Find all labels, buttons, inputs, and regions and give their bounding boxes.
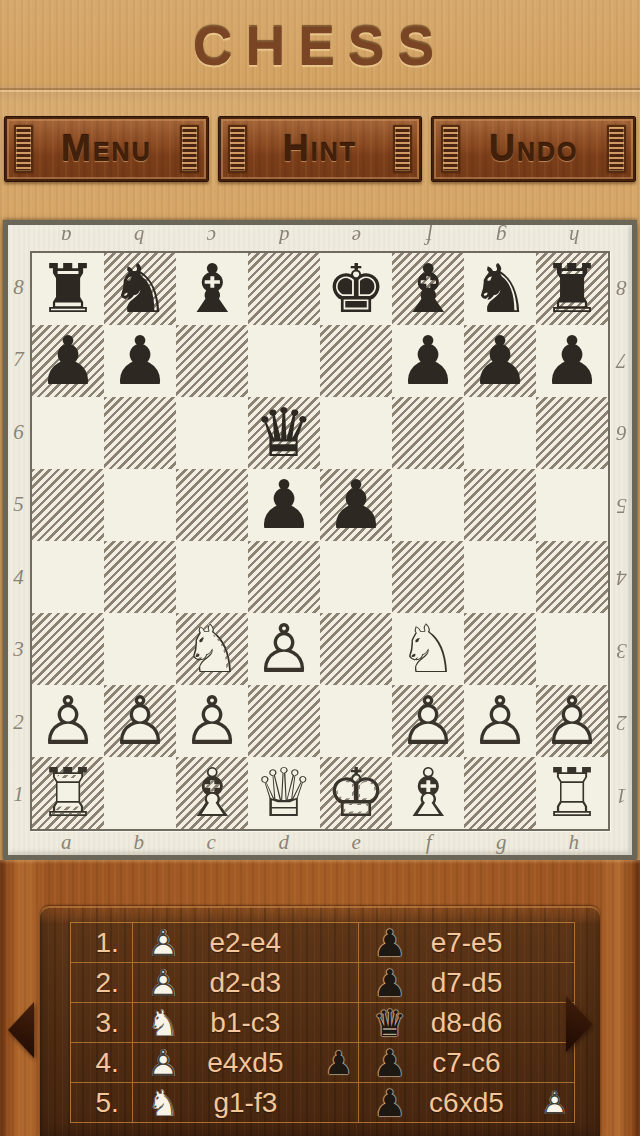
piece-glyph: ♟ [373, 1084, 406, 1121]
piece-white-knight[interactable]: ♞♘ [176, 613, 248, 685]
square-c2[interactable]: ♟♙ [176, 685, 248, 757]
square-c4[interactable] [176, 541, 248, 613]
square-e5[interactable]: ♟ [320, 469, 392, 541]
square-d4[interactable] [248, 541, 320, 613]
move-table: 1.♟♙e2-e4♟e7-e52.♟♙d2-d3♟d7-d53.♞♘b1-c3♛… [70, 922, 575, 1123]
menu-button[interactable]: Menu [4, 116, 209, 182]
square-b7[interactable]: ♟ [104, 325, 176, 397]
piece-white-pawn[interactable]: ♟♙ [32, 685, 104, 757]
white-move-cell: ♟♙e4xd5♟ [132, 1043, 358, 1082]
rank-label: 4 [611, 541, 632, 614]
move-number: 4. [71, 1043, 132, 1082]
square-f3[interactable]: ♞♘ [392, 613, 464, 685]
piece-white-rook[interactable]: ♜♖ [32, 757, 104, 829]
square-d1[interactable]: ♛♕ [248, 757, 320, 829]
piece-glyph: ♟ [398, 328, 458, 395]
piece-glyph: ♟ [110, 328, 170, 395]
piece-white-pawn[interactable]: ♟♙ [248, 613, 320, 685]
square-d8[interactable] [248, 253, 320, 325]
square-g4[interactable] [464, 541, 536, 613]
piece-glyph: ♞ [110, 256, 170, 323]
piece-outline: ♙ [182, 688, 242, 755]
rank-label: 2 [8, 686, 29, 759]
piece-glyph: ♛ [373, 1004, 406, 1041]
piece-outline: ♙ [147, 964, 180, 1001]
square-a3[interactable] [32, 613, 104, 685]
piece-glyph: ♞ [470, 256, 530, 323]
rank-label: 2 [611, 686, 632, 759]
square-g2[interactable]: ♟♙ [464, 685, 536, 757]
piece-black-pawn: ♟ [373, 1044, 406, 1081]
piece-glyph: ♟ [324, 1047, 353, 1079]
rank-labels-left: 87654321 [8, 251, 29, 831]
square-e2[interactable] [320, 685, 392, 757]
rank-label: 5 [611, 469, 632, 542]
piece-outline: ♘ [147, 1084, 180, 1121]
move-number: 5. [71, 1083, 132, 1122]
piece-white-pawn[interactable]: ♟♙ [536, 685, 608, 757]
piece-white-king[interactable]: ♚♔ [320, 757, 392, 829]
file-label: h [538, 224, 611, 250]
app-title: CHESS [0, 14, 640, 78]
square-f5[interactable] [392, 469, 464, 541]
piece-white-pawn[interactable]: ♟♙ [176, 685, 248, 757]
rank-label: 3 [8, 614, 29, 687]
square-c6[interactable] [176, 397, 248, 469]
piece-glyph: ♟ [373, 1044, 406, 1081]
ornament-strip-icon [180, 125, 199, 173]
prev-move-button[interactable] [8, 1002, 34, 1058]
black-move-cell: ♛d8-d6 [358, 1003, 574, 1042]
piece-glyph: ♜ [38, 256, 98, 323]
piece-black-pawn: ♟ [373, 964, 406, 1001]
square-b3[interactable] [104, 613, 176, 685]
square-h5[interactable] [536, 469, 608, 541]
rank-label: 3 [611, 614, 632, 687]
piece-outline: ♙ [38, 688, 98, 755]
square-b1[interactable] [104, 757, 176, 829]
square-b5[interactable] [104, 469, 176, 541]
piece-white-pawn[interactable]: ♟♙ [392, 685, 464, 757]
square-e6[interactable] [320, 397, 392, 469]
piece-white-pawn: ♟♙ [147, 964, 180, 1001]
square-a2[interactable]: ♟♙ [32, 685, 104, 757]
square-e1[interactable]: ♚♔ [320, 757, 392, 829]
square-c8[interactable]: ♝ [176, 253, 248, 325]
undo-button[interactable]: Undo [431, 116, 636, 182]
piece-outline: ♘ [147, 1004, 180, 1041]
white-move-cell: ♞♘b1-c3 [132, 1003, 358, 1042]
square-e8[interactable]: ♚ [320, 253, 392, 325]
wood-seam [0, 88, 640, 94]
move-row-2: 2.♟♙d2-d3♟d7-d5 [71, 963, 574, 1003]
piece-black-pawn[interactable]: ♟ [320, 469, 392, 541]
piece-outline: ♙ [540, 1087, 569, 1119]
piece-black-pawn[interactable]: ♟ [32, 325, 104, 397]
piece-black-pawn: ♟ [373, 924, 406, 961]
piece-white-knight: ♞♘ [147, 1004, 180, 1041]
left-arrow-icon [8, 1002, 34, 1058]
move-row-1: 1.♟♙e2-e4♟e7-e5 [71, 923, 574, 963]
file-label: a [30, 224, 103, 250]
file-label: g [465, 829, 538, 857]
move-number: 2. [71, 963, 132, 1002]
piece-outline: ♙ [542, 688, 602, 755]
rank-label: 1 [611, 759, 632, 832]
black-move-cell: ♟c6xd5♟♙ [358, 1083, 574, 1122]
app-screen: CHESS Menu Hint Undo abcdefgh 87654321 8… [0, 0, 640, 1136]
square-e3[interactable] [320, 613, 392, 685]
piece-white-bishop[interactable]: ♝♗ [176, 757, 248, 829]
hint-button-label: Hint [219, 117, 422, 181]
piece-white-pawn[interactable]: ♟♙ [464, 685, 536, 757]
square-d6[interactable]: ♛ [248, 397, 320, 469]
square-g1[interactable] [464, 757, 536, 829]
move-list-section: 1.♟♙e2-e4♟e7-e52.♟♙d2-d3♟d7-d53.♞♘b1-c3♛… [0, 860, 640, 1136]
piece-black-pawn[interactable]: ♟ [104, 325, 176, 397]
piece-glyph: ♟ [470, 328, 530, 395]
rank-label: 8 [8, 251, 29, 324]
rank-label: 8 [611, 251, 632, 324]
file-label: c [175, 829, 248, 857]
square-f8[interactable]: ♝ [392, 253, 464, 325]
piece-black-pawn[interactable]: ♟ [248, 469, 320, 541]
captured-white-pawn-icon: ♟♙ [540, 1087, 569, 1119]
square-e7[interactable] [320, 325, 392, 397]
piece-white-knight[interactable]: ♞♘ [392, 613, 464, 685]
black-move-cell: ♟e7-e5 [358, 923, 574, 962]
square-b2[interactable]: ♟♙ [104, 685, 176, 757]
piece-outline: ♙ [147, 924, 180, 961]
piece-white-queen[interactable]: ♛♕ [248, 757, 320, 829]
square-d2[interactable] [248, 685, 320, 757]
piece-white-pawn: ♟♙ [147, 1044, 180, 1081]
header: CHESS [0, 0, 640, 220]
square-f2[interactable]: ♟♙ [392, 685, 464, 757]
piece-glyph: ♟ [542, 328, 602, 395]
file-label: g [465, 224, 538, 250]
piece-black-bishop[interactable]: ♝ [176, 253, 248, 325]
piece-glyph: ♟ [326, 472, 386, 539]
square-h7[interactable]: ♟ [536, 325, 608, 397]
white-move-cell: ♟♙d2-d3 [132, 963, 358, 1002]
piece-glyph: ♛ [254, 400, 314, 467]
square-f7[interactable]: ♟ [392, 325, 464, 397]
toolbar: Menu Hint Undo [4, 116, 636, 182]
black-move-cell: ♟d7-d5 [358, 963, 574, 1002]
move-row-5: 5.♞♘g1-f3♟c6xd5♟♙ [71, 1083, 574, 1122]
move-number: 3. [71, 1003, 132, 1042]
piece-outline: ♘ [398, 616, 458, 683]
chess-board: abcdefgh 87654321 87654321 abcdefgh ♜♞♝♚… [3, 220, 637, 860]
piece-outline: ♙ [398, 688, 458, 755]
square-d5[interactable]: ♟ [248, 469, 320, 541]
piece-outline: ♔ [326, 760, 386, 827]
square-c5[interactable] [176, 469, 248, 541]
file-labels-top: abcdefgh [30, 224, 610, 250]
captured-black-pawn-icon: ♟ [324, 1047, 353, 1079]
square-d7[interactable] [248, 325, 320, 397]
piece-glyph: ♝ [182, 256, 242, 323]
square-a4[interactable] [32, 541, 104, 613]
square-a6[interactable] [32, 397, 104, 469]
file-label: f [393, 829, 466, 857]
rank-label: 6 [8, 396, 29, 469]
black-move-cell: ♟c7-c6 [358, 1043, 574, 1082]
piece-white-rook[interactable]: ♜♖ [536, 757, 608, 829]
piece-outline: ♙ [147, 1044, 180, 1081]
piece-outline: ♗ [398, 760, 458, 827]
rank-label: 7 [611, 324, 632, 397]
rank-label: 4 [8, 541, 29, 614]
square-c3[interactable]: ♞♘ [176, 613, 248, 685]
square-h6[interactable] [536, 397, 608, 469]
square-h4[interactable] [536, 541, 608, 613]
piece-white-pawn[interactable]: ♟♙ [104, 685, 176, 757]
file-label: b [103, 829, 176, 857]
hint-button[interactable]: Hint [218, 116, 423, 182]
piece-black-knight[interactable]: ♞ [104, 253, 176, 325]
file-label: e [320, 224, 393, 250]
move-row-3: 3.♞♘b1-c3♛d8-d6 [71, 1003, 574, 1043]
square-f6[interactable] [392, 397, 464, 469]
piece-outline: ♕ [254, 760, 314, 827]
square-c1[interactable]: ♝♗ [176, 757, 248, 829]
piece-black-queen: ♛ [373, 1004, 406, 1041]
square-a1[interactable]: ♜♖ [32, 757, 104, 829]
rank-labels-right: 87654321 [611, 251, 632, 831]
ornament-strip-icon [393, 125, 412, 173]
piece-black-knight[interactable]: ♞ [464, 253, 536, 325]
piece-glyph: ♚ [326, 256, 386, 323]
rank-label: 1 [8, 759, 29, 832]
piece-glyph: ♜ [542, 256, 602, 323]
square-c7[interactable] [176, 325, 248, 397]
piece-outline: ♗ [182, 760, 242, 827]
square-h8[interactable]: ♜ [536, 253, 608, 325]
square-g7[interactable]: ♟ [464, 325, 536, 397]
square-a7[interactable]: ♟ [32, 325, 104, 397]
piece-black-pawn[interactable]: ♟ [392, 325, 464, 397]
file-label: b [103, 224, 176, 250]
piece-outline: ♙ [470, 688, 530, 755]
board-grid: ♜♞♝♚♝♞♜♟♟♟♟♟♛♟♟♞♘♟♙♞♘♟♙♟♙♟♙♟♙♟♙♟♙♜♖♝♗♛♕♚… [30, 251, 610, 831]
square-b8[interactable]: ♞ [104, 253, 176, 325]
piece-black-pawn[interactable]: ♟ [464, 325, 536, 397]
square-g3[interactable] [464, 613, 536, 685]
piece-outline: ♘ [182, 616, 242, 683]
square-d3[interactable]: ♟♙ [248, 613, 320, 685]
menu-button-label: Menu [5, 117, 208, 181]
file-label: h [538, 829, 611, 857]
piece-glyph: ♟ [254, 472, 314, 539]
file-label: d [248, 224, 321, 250]
ornament-strip-icon [607, 125, 626, 173]
square-h3[interactable] [536, 613, 608, 685]
right-arrow-icon [566, 996, 592, 1052]
square-g5[interactable] [464, 469, 536, 541]
next-move-button[interactable] [566, 996, 592, 1052]
file-label: e [320, 829, 393, 857]
move-number: 1. [71, 923, 132, 962]
piece-glyph: ♟ [373, 964, 406, 1001]
file-label: f [393, 224, 466, 250]
piece-black-king[interactable]: ♚ [320, 253, 392, 325]
square-e4[interactable] [320, 541, 392, 613]
square-b4[interactable] [104, 541, 176, 613]
piece-white-knight: ♞♘ [147, 1084, 180, 1121]
piece-outline: ♙ [110, 688, 170, 755]
white-move-cell: ♟♙e2-e4 [132, 923, 358, 962]
square-h1[interactable]: ♜♖ [536, 757, 608, 829]
rank-label: 7 [8, 324, 29, 397]
file-label: c [175, 224, 248, 250]
square-a5[interactable] [32, 469, 104, 541]
square-g8[interactable]: ♞ [464, 253, 536, 325]
piece-black-pawn: ♟ [373, 1084, 406, 1121]
file-label: a [30, 829, 103, 857]
square-f4[interactable] [392, 541, 464, 613]
square-h2[interactable]: ♟♙ [536, 685, 608, 757]
piece-black-pawn[interactable]: ♟ [536, 325, 608, 397]
square-g6[interactable] [464, 397, 536, 469]
rank-label: 6 [611, 396, 632, 469]
square-a8[interactable]: ♜ [32, 253, 104, 325]
piece-glyph: ♟ [373, 924, 406, 961]
square-b6[interactable] [104, 397, 176, 469]
piece-outline: ♖ [38, 760, 98, 827]
piece-white-bishop[interactable]: ♝♗ [392, 757, 464, 829]
piece-glyph: ♝ [398, 256, 458, 323]
move-list-panel: 1.♟♙e2-e4♟e7-e52.♟♙d2-d3♟d7-d53.♞♘b1-c3♛… [40, 906, 600, 1136]
white-move-cell: ♞♘g1-f3 [132, 1083, 358, 1122]
move-row-4: 4.♟♙e4xd5♟♟c7-c6 [71, 1043, 574, 1083]
piece-black-rook[interactable]: ♜ [32, 253, 104, 325]
piece-black-rook[interactable]: ♜ [536, 253, 608, 325]
file-label: d [248, 829, 321, 857]
piece-black-bishop[interactable]: ♝ [392, 253, 464, 325]
piece-white-pawn: ♟♙ [147, 924, 180, 961]
rank-label: 5 [8, 469, 29, 542]
piece-outline: ♖ [542, 760, 602, 827]
piece-black-queen[interactable]: ♛ [248, 397, 320, 469]
file-labels-bottom: abcdefgh [30, 829, 610, 857]
piece-glyph: ♟ [38, 328, 98, 395]
piece-outline: ♙ [254, 616, 314, 683]
square-f1[interactable]: ♝♗ [392, 757, 464, 829]
undo-button-label: Undo [432, 117, 635, 181]
